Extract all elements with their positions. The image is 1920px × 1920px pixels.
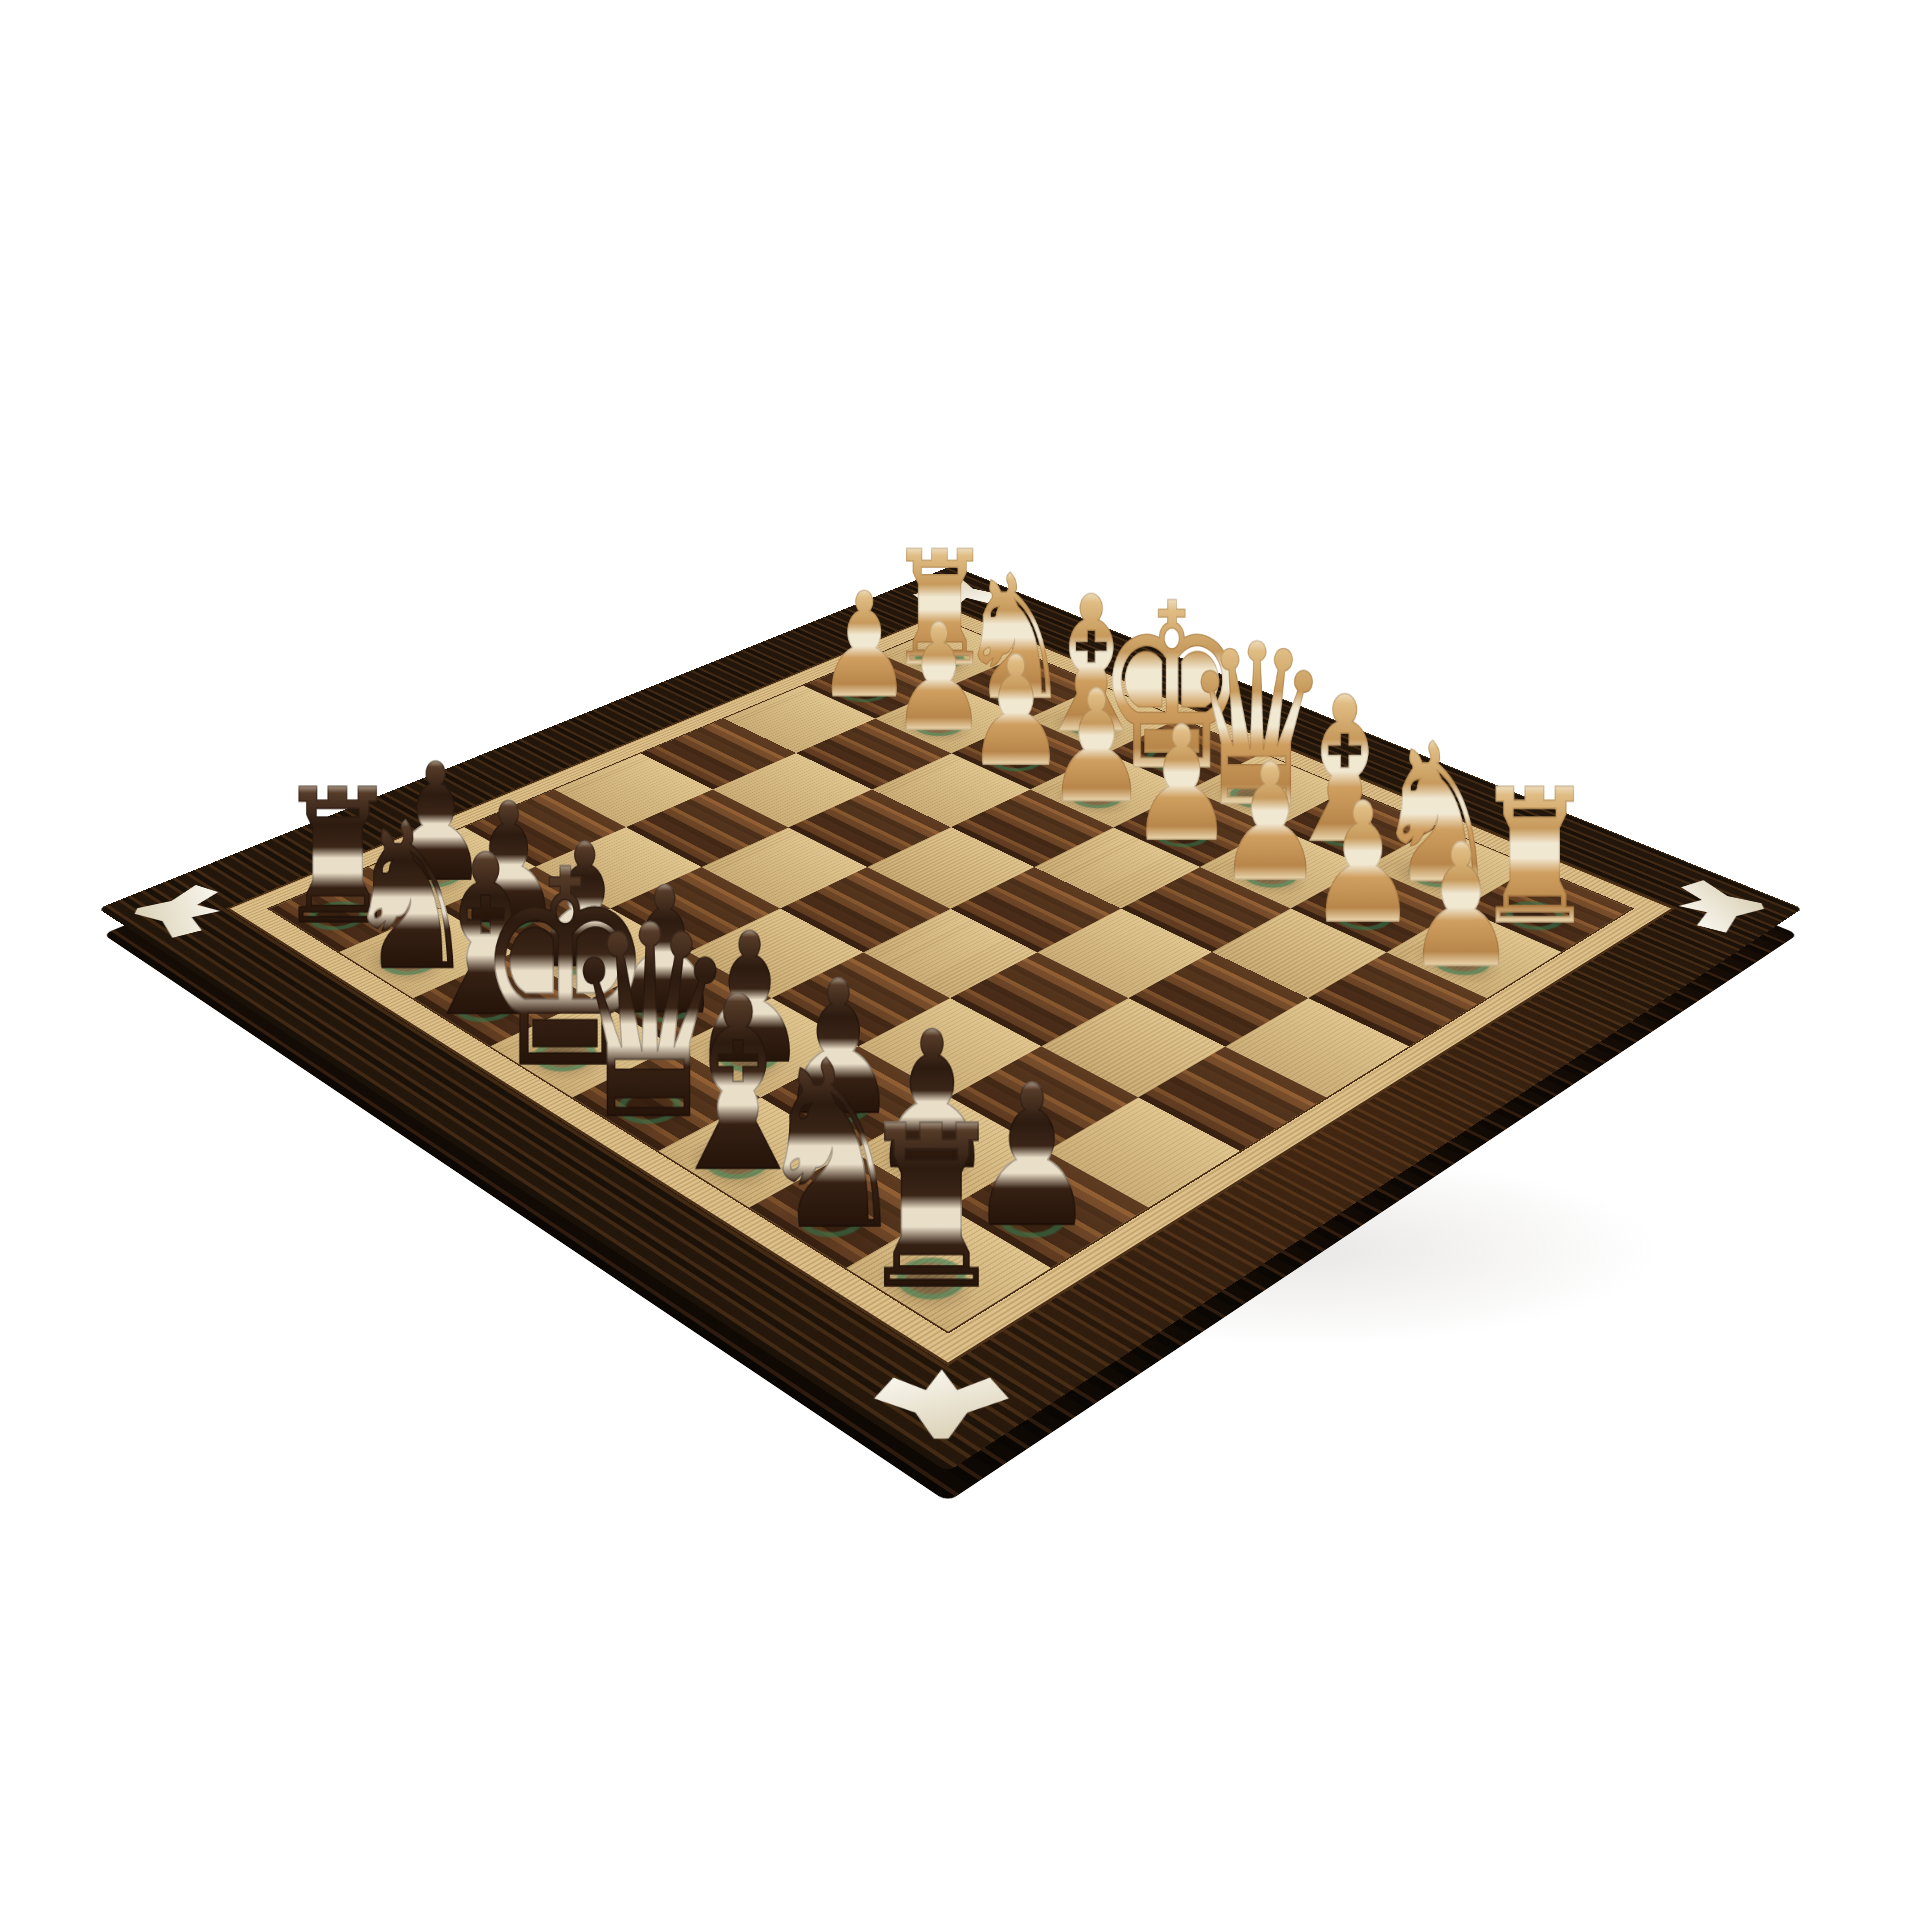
piece-white-pawn[interactable]: ♟ xyxy=(890,605,988,753)
square-f3[interactable] xyxy=(872,753,1031,827)
square-h3[interactable] xyxy=(724,686,876,754)
corner-inlay-right xyxy=(1667,879,1777,935)
square-d3[interactable] xyxy=(1034,827,1200,908)
piece-white-king[interactable]: ♚ xyxy=(1096,574,1248,803)
corner-inlay-left xyxy=(121,883,232,939)
piece-felt-base xyxy=(1214,776,1299,816)
board-border-strip: ♜♞♝♚♛♝♞♜♟♟♟♟♟♟♟♟♟♟♟♟♟♟♟♟♜♞♝♚♛♝♞♜ xyxy=(226,608,1676,1366)
piece-shadow xyxy=(882,703,988,751)
chess-board: ♜♞♝♚♛♝♞♜♟♟♟♟♟♟♟♟♟♟♟♟♟♟♟♟♜♞♝♚♛♝♞♜ xyxy=(98,566,1802,1472)
piece-shadow xyxy=(809,670,913,716)
piece-white-rook[interactable]: ♜ xyxy=(887,530,992,689)
piece-felt-base xyxy=(1051,706,1132,742)
square-g2[interactable]: ♟ xyxy=(876,686,1028,754)
product-photo-scene: ♜♞♝♚♛♝♞♜♟♟♟♟♟♟♟♟♟♟♟♟♟♟♟♟♜♞♝♚♛♝♞♜ xyxy=(0,0,1920,1920)
piece-felt-base xyxy=(898,706,979,742)
corner-inlay-far xyxy=(910,578,1003,607)
piece-shadow xyxy=(958,736,1067,786)
piece-white-pawn[interactable]: ♟ xyxy=(966,637,1066,788)
piece-white-pawn[interactable]: ♟ xyxy=(1309,781,1419,947)
square-g4[interactable] xyxy=(713,753,872,827)
piece-felt-base xyxy=(901,643,979,676)
piece-white-knight[interactable]: ♞ xyxy=(957,552,1071,724)
piece-shadow xyxy=(1113,736,1223,786)
piece-felt-base xyxy=(1138,813,1225,855)
square-d2[interactable]: ♟ xyxy=(1113,789,1275,866)
square-f4[interactable] xyxy=(789,789,951,866)
square-e1[interactable]: ♚ xyxy=(1106,719,1261,790)
square-e3[interactable] xyxy=(951,789,1113,866)
square-h1[interactable]: ♜ xyxy=(879,623,1024,685)
piece-white-pawn[interactable]: ♟ xyxy=(1046,671,1148,825)
piece-shadow xyxy=(1196,772,1309,824)
piece-white-pawn[interactable]: ♟ xyxy=(1129,706,1234,864)
square-g3[interactable] xyxy=(796,719,951,790)
board-grid: ♜♞♝♚♛♝♞♜♟♟♟♟♟♟♟♟♟♟♟♟♟♟♟♟♜♞♝♚♛♝♞♜ xyxy=(267,622,1635,1333)
square-f1[interactable]: ♝ xyxy=(1027,686,1179,754)
piece-shadow xyxy=(958,670,1062,716)
square-h2[interactable]: ♟ xyxy=(803,654,952,719)
piece-felt-base xyxy=(1055,776,1140,816)
square-g1[interactable]: ♞ xyxy=(952,654,1101,719)
square-e2[interactable]: ♟ xyxy=(1030,753,1189,827)
square-h4[interactable] xyxy=(641,719,796,790)
board-space: ♜♞♝♚♛♝♞♜♟♟♟♟♟♟♟♟♟♟♟♟♟♟♟♟♜♞♝♚♛♝♞♜ xyxy=(358,358,1563,1563)
piece-felt-base xyxy=(825,674,904,709)
piece-shadow xyxy=(1034,703,1141,751)
piece-felt-base xyxy=(974,674,1053,709)
piece-felt-base xyxy=(1226,852,1315,896)
piece-white-bishop[interactable]: ♝ xyxy=(1029,572,1154,760)
piece-felt-base xyxy=(1130,740,1213,778)
piece-white-pawn[interactable]: ♟ xyxy=(817,574,913,719)
square-e4[interactable] xyxy=(868,827,1034,908)
square-f2[interactable]: ♟ xyxy=(951,719,1106,790)
piece-shadow xyxy=(885,639,987,683)
piece-felt-base xyxy=(975,740,1058,778)
corner-inlay-near xyxy=(868,1369,1014,1440)
piece-shadow xyxy=(1037,772,1149,824)
piece-shadow xyxy=(1121,809,1236,864)
